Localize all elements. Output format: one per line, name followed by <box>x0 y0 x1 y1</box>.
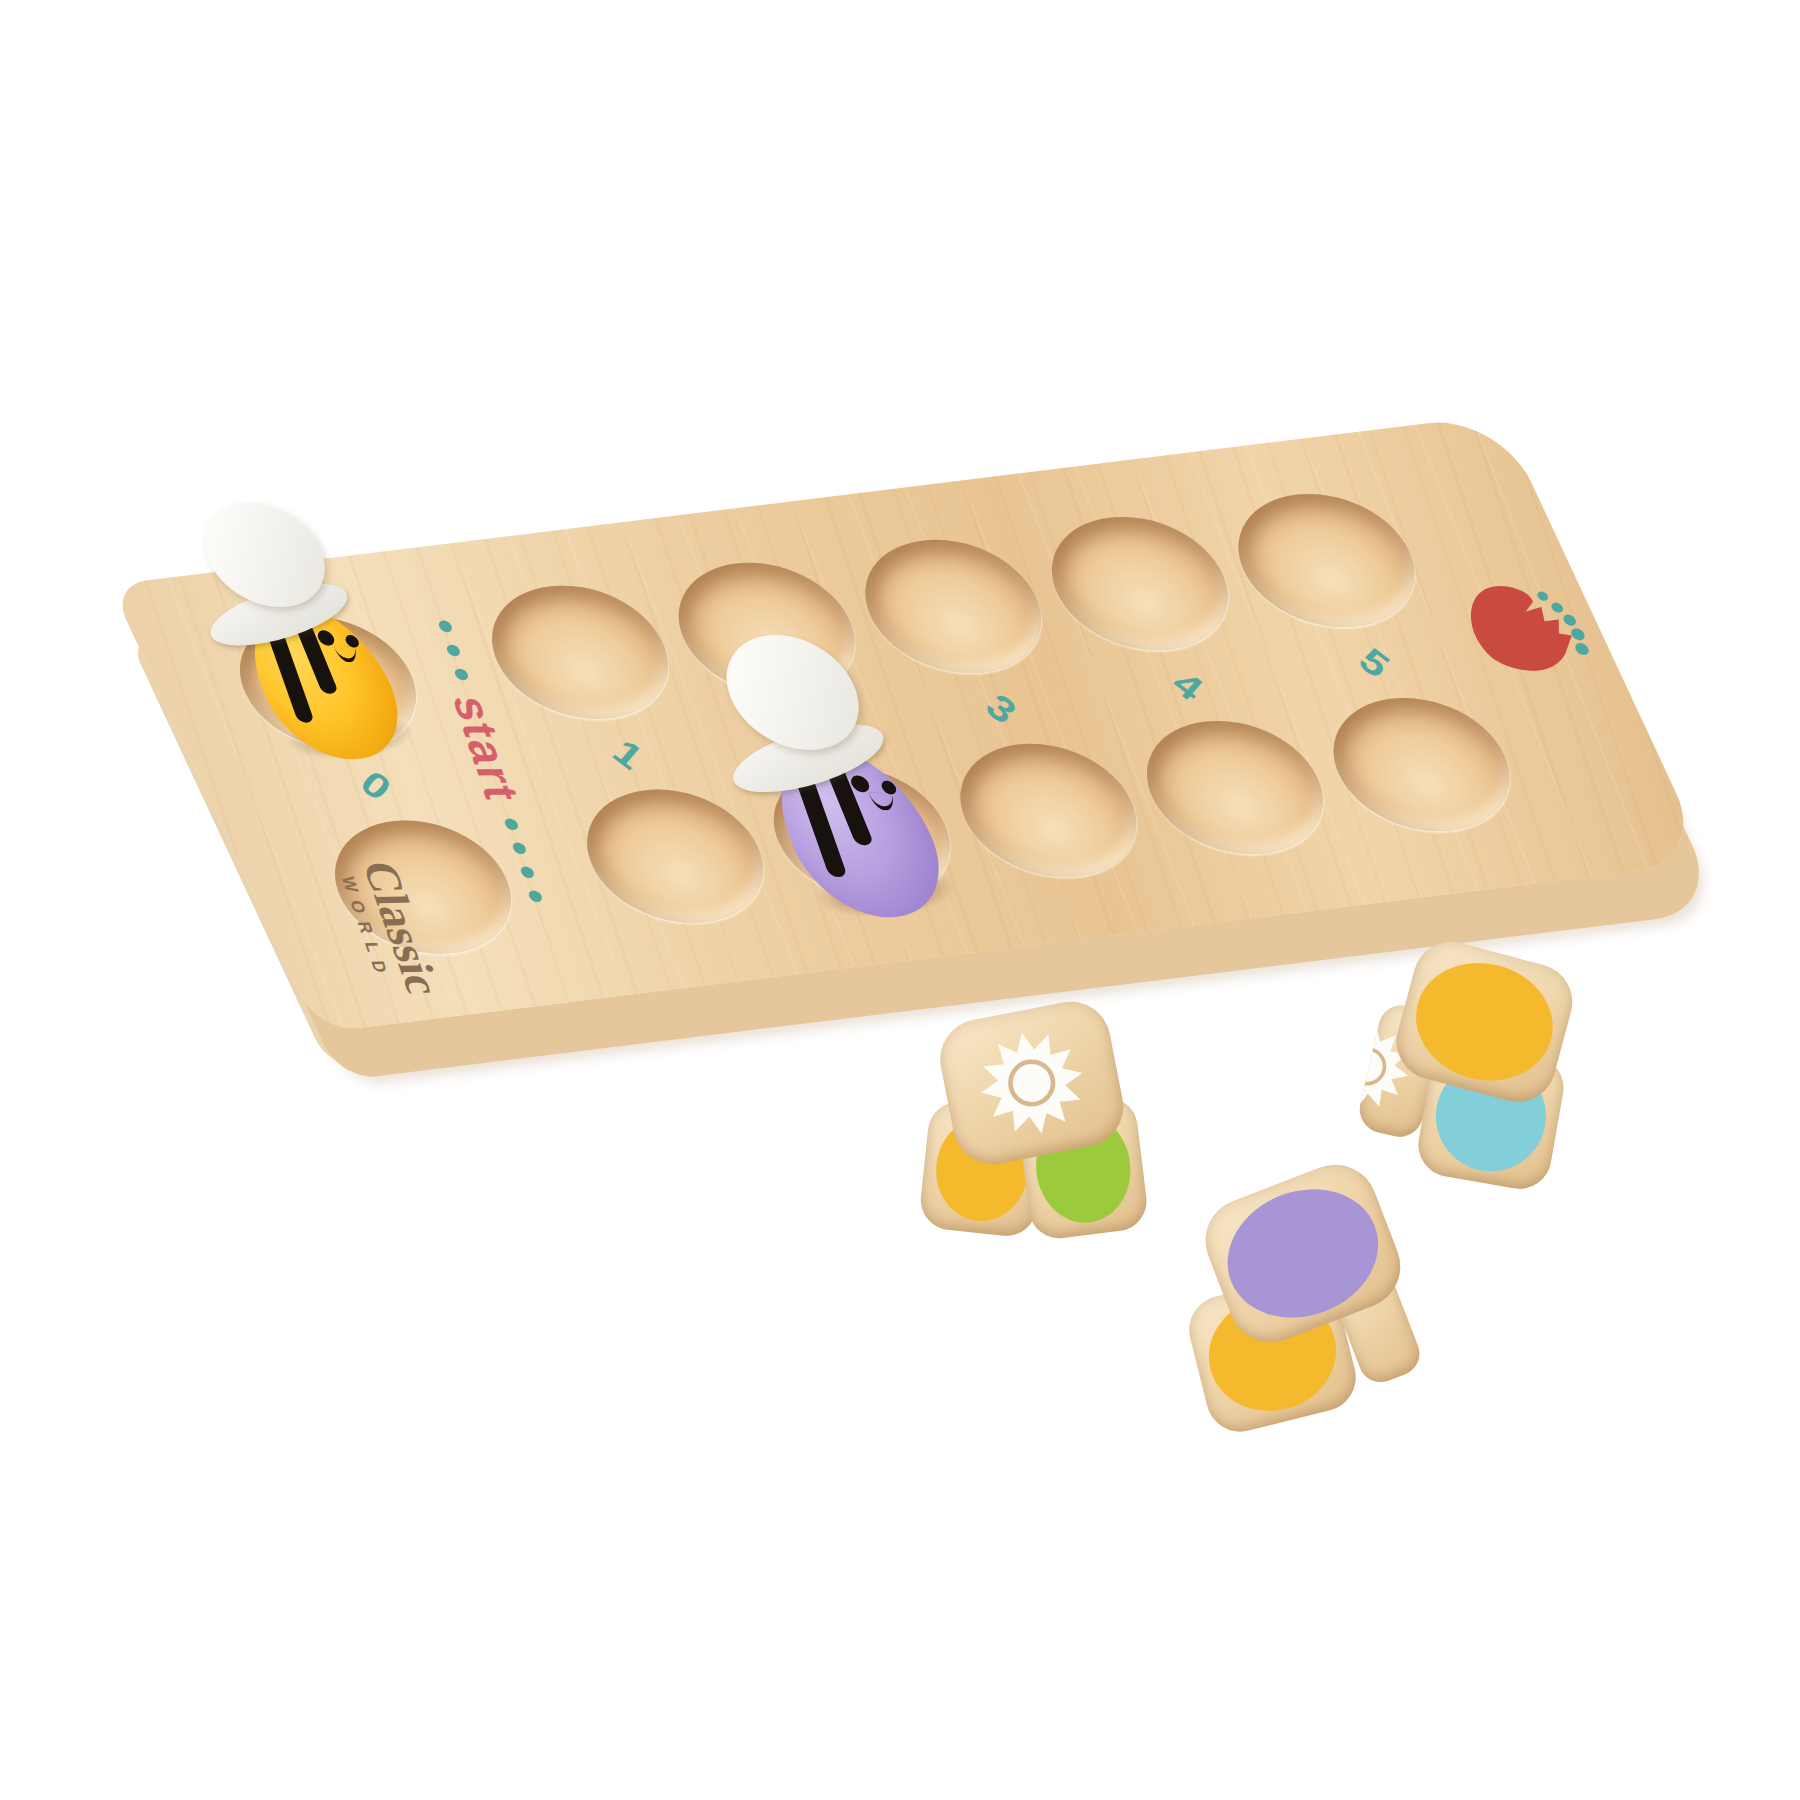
start-dot <box>511 842 527 854</box>
yellow-dot <box>1403 948 1566 1096</box>
sun-icon <box>966 1017 1097 1148</box>
bee-smile <box>334 646 360 663</box>
track-label-4: 4 <box>1164 663 1210 708</box>
track-label-5: 5 <box>1351 640 1397 685</box>
die-top-right[interactable] <box>1354 937 1579 1193</box>
bee-smile <box>869 792 897 811</box>
track-label-0: 0 <box>352 763 398 808</box>
start-dot <box>503 818 519 830</box>
track-label-1: 1 <box>605 732 651 777</box>
die-bottom-right[interactable] <box>1182 1171 1416 1431</box>
start-dot <box>445 645 461 657</box>
game-board: 0 1 2 3 4 5 start <box>110 414 1708 1033</box>
die-left[interactable] <box>923 1008 1145 1242</box>
start-dot <box>437 621 453 633</box>
track-label-3: 3 <box>978 686 1024 731</box>
start-dot <box>453 669 469 681</box>
start-dot <box>527 890 543 902</box>
start-dot <box>519 866 535 878</box>
